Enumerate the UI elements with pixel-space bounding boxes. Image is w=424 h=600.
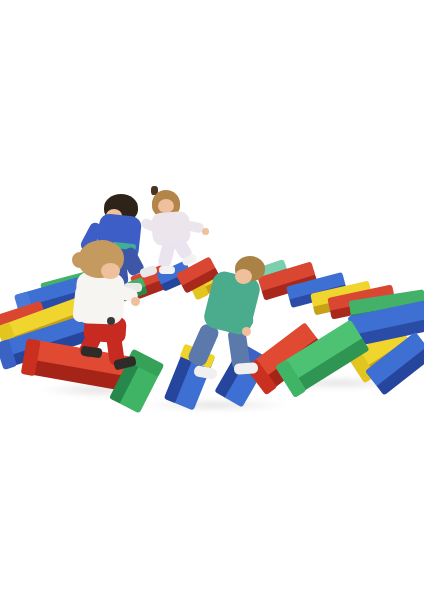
child-d-shoe (234, 362, 259, 375)
child-c-face (101, 263, 120, 279)
child-toddler-red-pants (70, 240, 142, 374)
child-d-shoe (193, 365, 218, 380)
child-c-hand (131, 297, 140, 306)
child-c-shirt (75, 271, 125, 325)
child-c-pants-button (107, 317, 115, 325)
photo-scene (0, 0, 424, 600)
child-b-hand (202, 228, 209, 235)
child-d-face (235, 269, 252, 284)
child-c-shoe (80, 346, 102, 359)
ground-shadow (140, 398, 290, 412)
child-boy-teal-sweater (180, 248, 272, 386)
child-d-hand (242, 327, 251, 336)
child-b-shoe (159, 266, 175, 274)
